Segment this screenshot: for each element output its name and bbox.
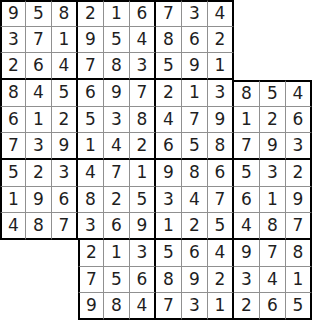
sudoku-cell-r7-c3[interactable]: 3 bbox=[52, 160, 78, 187]
sudoku-cell-r4-c3[interactable]: 5 bbox=[52, 80, 78, 107]
sudoku-cell-r3-c6[interactable]: 3 bbox=[130, 53, 156, 80]
sudoku-cell-r9-c9[interactable]: 5 bbox=[208, 213, 234, 240]
sudoku-cell-r5-c6[interactable]: 8 bbox=[130, 107, 156, 134]
sudoku-cell-r5-c2[interactable]: 1 bbox=[26, 107, 52, 134]
empty-region-cell bbox=[0, 267, 26, 294]
sudoku-cell-r2-c2[interactable]: 7 bbox=[26, 27, 52, 54]
sudoku-cell-r10-c7[interactable]: 5 bbox=[156, 240, 182, 267]
empty-region-cell bbox=[286, 0, 312, 27]
sudoku-cell-r4-c6[interactable]: 7 bbox=[130, 80, 156, 107]
sudoku-cell-r5-c10[interactable]: 1 bbox=[234, 107, 260, 134]
sudoku-cell-r8-c2[interactable]: 9 bbox=[26, 187, 52, 214]
sudoku-cell-r5-c11[interactable]: 2 bbox=[260, 107, 286, 134]
sudoku-cell-r10-c11[interactable]: 7 bbox=[260, 240, 286, 267]
sudoku-cell-r6-c3[interactable]: 9 bbox=[52, 133, 78, 160]
empty-region-cell bbox=[234, 27, 260, 54]
sudoku-cell-r1-c4[interactable]: 2 bbox=[78, 0, 104, 27]
sudoku-cell-r2-c1[interactable]: 3 bbox=[0, 27, 26, 54]
sudoku-cell-r3-c2[interactable]: 6 bbox=[26, 53, 52, 80]
sudoku-cell-r6-c2[interactable]: 3 bbox=[26, 133, 52, 160]
empty-region-cell bbox=[26, 267, 52, 294]
sudoku-cell-r9-c6[interactable]: 9 bbox=[130, 213, 156, 240]
empty-region-cell bbox=[260, 53, 286, 80]
sudoku-cell-r7-c4[interactable]: 4 bbox=[78, 160, 104, 187]
sudoku-cell-r6-c5[interactable]: 4 bbox=[104, 133, 130, 160]
sudoku-cell-r8-c12[interactable]: 9 bbox=[286, 187, 312, 214]
sudoku-cell-r6-c12[interactable]: 3 bbox=[286, 133, 312, 160]
sudoku-cell-r12-c12[interactable]: 5 bbox=[286, 293, 312, 320]
sudoku-cell-r1-c5[interactable]: 1 bbox=[104, 0, 130, 27]
empty-region-cell bbox=[52, 267, 78, 294]
sudoku-cell-r7-c8[interactable]: 8 bbox=[182, 160, 208, 187]
sudoku-cell-r4-c12[interactable]: 4 bbox=[286, 80, 312, 107]
sudoku-cell-r5-c4[interactable]: 5 bbox=[78, 107, 104, 134]
sudoku-cell-r8-c7[interactable]: 3 bbox=[156, 187, 182, 214]
sudoku-cell-r1-c7[interactable]: 7 bbox=[156, 0, 182, 27]
sudoku-cell-r3-c7[interactable]: 5 bbox=[156, 53, 182, 80]
sudoku-cell-r3-c8[interactable]: 9 bbox=[182, 53, 208, 80]
sudoku-cell-r8-c8[interactable]: 4 bbox=[182, 187, 208, 214]
sudoku-cell-r2-c7[interactable]: 8 bbox=[156, 27, 182, 54]
sudoku-cell-r3-c1[interactable]: 2 bbox=[0, 53, 26, 80]
sudoku-cell-r5-c5[interactable]: 3 bbox=[104, 107, 130, 134]
sudoku-cell-r1-c8[interactable]: 3 bbox=[182, 0, 208, 27]
sudoku-cell-r12-c8[interactable]: 3 bbox=[182, 293, 208, 320]
sudoku-cell-r5-c8[interactable]: 7 bbox=[182, 107, 208, 134]
empty-region-cell bbox=[0, 240, 26, 267]
sudoku-cell-r7-c1[interactable]: 5 bbox=[0, 160, 26, 187]
sudoku-cell-r8-c5[interactable]: 2 bbox=[104, 187, 130, 214]
sudoku-cell-r7-c10[interactable]: 5 bbox=[234, 160, 260, 187]
sudoku-cell-r5-c9[interactable]: 9 bbox=[208, 107, 234, 134]
sudoku-cell-r4-c1[interactable]: 8 bbox=[0, 80, 26, 107]
sudoku-cell-r9-c4[interactable]: 3 bbox=[78, 213, 104, 240]
sudoku-cell-r9-c2[interactable]: 8 bbox=[26, 213, 52, 240]
sudoku-cell-r11-c8[interactable]: 9 bbox=[182, 267, 208, 294]
sudoku-cell-r11-c4[interactable]: 7 bbox=[78, 267, 104, 294]
sudoku-cell-r2-c4[interactable]: 9 bbox=[78, 27, 104, 54]
sudoku-cell-r7-c5[interactable]: 7 bbox=[104, 160, 130, 187]
sudoku-cell-r9-c12[interactable]: 7 bbox=[286, 213, 312, 240]
sudoku-cell-r7-c11[interactable]: 3 bbox=[260, 160, 286, 187]
sudoku-cell-r10-c5[interactable]: 1 bbox=[104, 240, 130, 267]
sudoku-cell-r11-c9[interactable]: 2 bbox=[208, 267, 234, 294]
sudoku-cell-r8-c10[interactable]: 6 bbox=[234, 187, 260, 214]
sudoku-cell-r12-c4[interactable]: 9 bbox=[78, 293, 104, 320]
sudoku-cell-r3-c9[interactable]: 1 bbox=[208, 53, 234, 80]
sudoku-cell-r6-c8[interactable]: 5 bbox=[182, 133, 208, 160]
sudoku-cell-r6-c6[interactable]: 2 bbox=[130, 133, 156, 160]
sudoku-cell-r11-c6[interactable]: 6 bbox=[130, 267, 156, 294]
sudoku-cell-r5-c1[interactable]: 6 bbox=[0, 107, 26, 134]
sudoku-cell-r11-c12[interactable]: 1 bbox=[286, 267, 312, 294]
empty-region-cell bbox=[234, 0, 260, 27]
empty-region-cell bbox=[52, 240, 78, 267]
sudoku-cell-r2-c3[interactable]: 1 bbox=[52, 27, 78, 54]
sudoku-cell-r12-c10[interactable]: 2 bbox=[234, 293, 260, 320]
sudoku-cell-r11-c7[interactable]: 8 bbox=[156, 267, 182, 294]
sudoku-cell-r8-c9[interactable]: 7 bbox=[208, 187, 234, 214]
sudoku-cell-r8-c4[interactable]: 8 bbox=[78, 187, 104, 214]
sudoku-cell-r6-c10[interactable]: 7 bbox=[234, 133, 260, 160]
sudoku-cell-r12-c5[interactable]: 8 bbox=[104, 293, 130, 320]
empty-region-cell bbox=[286, 27, 312, 54]
sudoku-cell-r4-c9[interactable]: 3 bbox=[208, 80, 234, 107]
sudoku-cell-r9-c5[interactable]: 6 bbox=[104, 213, 130, 240]
sudoku-cell-r11-c11[interactable]: 4 bbox=[260, 267, 286, 294]
sudoku-cell-r1-c1[interactable]: 9 bbox=[0, 0, 26, 27]
sudoku-cell-r2-c6[interactable]: 4 bbox=[130, 27, 156, 54]
sudoku-cell-r10-c12[interactable]: 8 bbox=[286, 240, 312, 267]
sudoku-cell-r9-c7[interactable]: 1 bbox=[156, 213, 182, 240]
sudoku-cell-r6-c11[interactable]: 9 bbox=[260, 133, 286, 160]
empty-region-cell bbox=[260, 27, 286, 54]
sudoku-cell-r8-c1[interactable]: 1 bbox=[0, 187, 26, 214]
sudoku-cell-r4-c10[interactable]: 8 bbox=[234, 80, 260, 107]
empty-region-cell bbox=[52, 293, 78, 320]
empty-region-cell bbox=[234, 53, 260, 80]
sudoku-cell-r9-c8[interactable]: 2 bbox=[182, 213, 208, 240]
twodoku-board: 9582167343719548622647835918456972138546… bbox=[0, 0, 312, 320]
sudoku-cell-r2-c8[interactable]: 6 bbox=[182, 27, 208, 54]
sudoku-cell-r5-c7[interactable]: 4 bbox=[156, 107, 182, 134]
sudoku-cell-r4-c7[interactable]: 2 bbox=[156, 80, 182, 107]
sudoku-cell-r4-c5[interactable]: 9 bbox=[104, 80, 130, 107]
sudoku-cell-r7-c9[interactable]: 6 bbox=[208, 160, 234, 187]
sudoku-cell-r12-c9[interactable]: 1 bbox=[208, 293, 234, 320]
sudoku-cell-r1-c6[interactable]: 6 bbox=[130, 0, 156, 27]
sudoku-cell-r12-c11[interactable]: 6 bbox=[260, 293, 286, 320]
sudoku-cell-r9-c1[interactable]: 4 bbox=[0, 213, 26, 240]
sudoku-cell-r12-c7[interactable]: 7 bbox=[156, 293, 182, 320]
sudoku-cell-r4-c2[interactable]: 4 bbox=[26, 80, 52, 107]
sudoku-cell-r11-c10[interactable]: 3 bbox=[234, 267, 260, 294]
sudoku-cell-r9-c3[interactable]: 7 bbox=[52, 213, 78, 240]
sudoku-cell-r10-c9[interactable]: 4 bbox=[208, 240, 234, 267]
sudoku-cell-r1-c2[interactable]: 5 bbox=[26, 0, 52, 27]
sudoku-cell-r6-c4[interactable]: 1 bbox=[78, 133, 104, 160]
sudoku-cell-r6-c9[interactable]: 8 bbox=[208, 133, 234, 160]
sudoku-cell-r4-c11[interactable]: 5 bbox=[260, 80, 286, 107]
empty-region-cell bbox=[26, 240, 52, 267]
sudoku-cell-r7-c7[interactable]: 9 bbox=[156, 160, 182, 187]
sudoku-cell-r6-c1[interactable]: 7 bbox=[0, 133, 26, 160]
sudoku-cell-r5-c3[interactable]: 2 bbox=[52, 107, 78, 134]
sudoku-cell-r6-c7[interactable]: 6 bbox=[156, 133, 182, 160]
sudoku-cell-r3-c3[interactable]: 4 bbox=[52, 53, 78, 80]
sudoku-cell-r9-c10[interactable]: 4 bbox=[234, 213, 260, 240]
sudoku-cell-r10-c10[interactable]: 9 bbox=[234, 240, 260, 267]
sudoku-cell-r8-c11[interactable]: 1 bbox=[260, 187, 286, 214]
sudoku-cell-r4-c8[interactable]: 1 bbox=[182, 80, 208, 107]
empty-region-cell bbox=[286, 53, 312, 80]
sudoku-cell-r2-c5[interactable]: 5 bbox=[104, 27, 130, 54]
empty-region-cell bbox=[0, 293, 26, 320]
sudoku-cell-r7-c6[interactable]: 1 bbox=[130, 160, 156, 187]
sudoku-cell-r1-c3[interactable]: 8 bbox=[52, 0, 78, 27]
sudoku-cell-r11-c5[interactable]: 5 bbox=[104, 267, 130, 294]
empty-region-cell bbox=[26, 293, 52, 320]
sudoku-cell-r4-c4[interactable]: 6 bbox=[78, 80, 104, 107]
sudoku-cell-r10-c4[interactable]: 2 bbox=[78, 240, 104, 267]
sudoku-cell-r12-c6[interactable]: 4 bbox=[130, 293, 156, 320]
sudoku-cell-r10-c6[interactable]: 3 bbox=[130, 240, 156, 267]
sudoku-cell-r1-c9[interactable]: 4 bbox=[208, 0, 234, 27]
sudoku-cell-r2-c9[interactable]: 2 bbox=[208, 27, 234, 54]
sudoku-cell-r8-c3[interactable]: 6 bbox=[52, 187, 78, 214]
empty-region-cell bbox=[260, 0, 286, 27]
sudoku-cell-r5-c12[interactable]: 6 bbox=[286, 107, 312, 134]
sudoku-cell-r3-c4[interactable]: 7 bbox=[78, 53, 104, 80]
sudoku-cell-r8-c6[interactable]: 5 bbox=[130, 187, 156, 214]
sudoku-cell-r9-c11[interactable]: 8 bbox=[260, 213, 286, 240]
sudoku-cell-r3-c5[interactable]: 8 bbox=[104, 53, 130, 80]
sudoku-cell-r10-c8[interactable]: 6 bbox=[182, 240, 208, 267]
sudoku-cell-r7-c2[interactable]: 2 bbox=[26, 160, 52, 187]
sudoku-cell-r7-c12[interactable]: 2 bbox=[286, 160, 312, 187]
